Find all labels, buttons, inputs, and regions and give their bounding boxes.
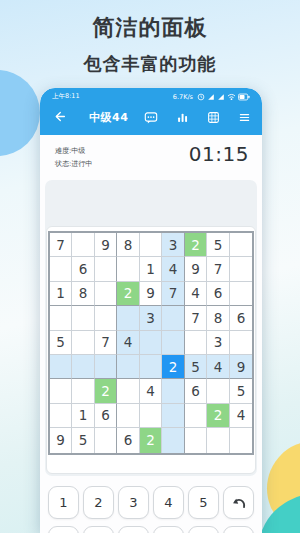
banner-title: 简洁的面板 [0, 13, 300, 43]
undo-button[interactable] [223, 486, 254, 519]
cell-r5c7[interactable] [185, 331, 208, 355]
cell-r7c1[interactable] [50, 379, 73, 403]
cell-r1c7[interactable]: 2 [185, 233, 208, 257]
cell-r3c9[interactable] [230, 282, 253, 306]
cell-r9c7[interactable] [185, 428, 208, 452]
digit-button-3[interactable]: 3 [118, 486, 149, 519]
cell-r3c5[interactable]: 9 [140, 282, 163, 306]
status-label: 状态:进行中 [55, 158, 92, 171]
cell-r9c2[interactable]: 5 [72, 428, 95, 452]
cell-r3c6[interactable]: 7 [162, 282, 185, 306]
cell-r6c2[interactable] [72, 355, 95, 379]
cell-r2c6[interactable]: 4 [162, 257, 185, 281]
cell-r2c1[interactable] [50, 257, 73, 281]
digit-button-5[interactable]: 5 [188, 486, 219, 519]
cell-r9c5[interactable]: 2 [140, 428, 163, 452]
cell-r8c2[interactable]: 1 [72, 404, 95, 428]
cell-r2c5[interactable]: 1 [140, 257, 163, 281]
cell-r5c5[interactable] [140, 331, 163, 355]
sudoku-board: 7983256149718297463786574325492465162495… [48, 231, 255, 455]
cell-r3c7[interactable]: 4 [185, 282, 208, 306]
cell-r4c8[interactable]: 8 [207, 306, 230, 330]
menu-icon[interactable] [238, 111, 251, 124]
cell-r5c1[interactable]: 5 [50, 331, 73, 355]
cell-r3c8[interactable]: 6 [207, 282, 230, 306]
cell-r6c7[interactable]: 5 [185, 355, 208, 379]
cell-r8c5[interactable] [140, 404, 163, 428]
cell-r9c3[interactable] [95, 428, 118, 452]
cell-r1c3[interactable]: 9 [95, 233, 118, 257]
cell-r5c8[interactable]: 3 [207, 331, 230, 355]
sudoku-card: 7983256149718297463786574325492465162495… [46, 226, 256, 474]
cell-r8c4[interactable] [117, 404, 140, 428]
decorative-blue-circle [0, 70, 40, 156]
cell-r2c4[interactable] [117, 257, 140, 281]
digit-button-9[interactable]: 9 [153, 526, 184, 533]
board-icon[interactable] [207, 111, 220, 124]
page-title: 中级44 [89, 110, 128, 125]
cell-r8c7[interactable] [185, 404, 208, 428]
cell-r2c2[interactable]: 6 [72, 257, 95, 281]
cell-r8c3[interactable]: 6 [95, 404, 118, 428]
timer: 01:15 [189, 142, 249, 166]
wifi-icon [227, 93, 236, 101]
digit-button-1[interactable]: 1 [48, 486, 79, 519]
cell-r9c4[interactable]: 6 [117, 428, 140, 452]
digit-button-2[interactable]: 2 [83, 486, 114, 519]
cell-r5c9[interactable] [230, 331, 253, 355]
cell-r1c4[interactable]: 8 [117, 233, 140, 257]
cell-r4c3[interactable] [95, 306, 118, 330]
bar-chart-icon[interactable] [176, 111, 189, 124]
cell-r2c3[interactable] [95, 257, 118, 281]
promo-screenshot: 简洁的面板 包含丰富的功能 上午8:11 6.7K/s [0, 0, 300, 533]
cell-r9c9[interactable] [230, 428, 253, 452]
digit-button-4[interactable]: 4 [153, 486, 184, 519]
cell-r7c3[interactable]: 2 [95, 379, 118, 403]
cell-r4c6[interactable] [162, 306, 185, 330]
status-bar: 上午8:11 6.7K/s [40, 88, 262, 101]
phone-screenshot: 上午8:11 6.7K/s [40, 88, 262, 533]
app-bar: 中级44 [40, 101, 262, 131]
cell-r6c5[interactable] [140, 355, 163, 379]
app-header: 上午8:11 6.7K/s [40, 88, 262, 135]
cell-r8c1[interactable] [50, 404, 73, 428]
cell-r9c1[interactable]: 9 [50, 428, 73, 452]
cell-r4c1[interactable] [50, 306, 73, 330]
cell-r4c4[interactable] [117, 306, 140, 330]
cell-r1c9[interactable] [230, 233, 253, 257]
cell-r1c6[interactable]: 3 [162, 233, 185, 257]
cell-r4c5[interactable]: 3 [140, 306, 163, 330]
cell-r1c1[interactable]: 7 [50, 233, 73, 257]
cell-r6c8[interactable]: 4 [207, 355, 230, 379]
cell-r8c6[interactable] [162, 404, 185, 428]
difficulty-label: 难度:中级 [55, 145, 92, 158]
cell-r3c4[interactable]: 2 [117, 282, 140, 306]
cell-r6c3[interactable] [95, 355, 118, 379]
cell-r9c6[interactable] [162, 428, 185, 452]
erase-button[interactable] [188, 526, 219, 533]
cell-r1c8[interactable]: 5 [207, 233, 230, 257]
status-time: 上午8:11 [52, 92, 80, 101]
signal-icon [207, 93, 215, 101]
signal-icon [217, 93, 225, 101]
cell-r3c3[interactable] [95, 282, 118, 306]
cell-r5c4[interactable]: 4 [117, 331, 140, 355]
cell-r3c2[interactable]: 8 [72, 282, 95, 306]
banner: 简洁的面板 包含丰富的功能 [0, 0, 300, 76]
cell-r8c8[interactable]: 2 [207, 404, 230, 428]
network-speed: 6.7K/s [173, 93, 193, 101]
cell-r8c9[interactable]: 4 [230, 404, 253, 428]
cell-r4c7[interactable]: 7 [185, 306, 208, 330]
cell-r7c8[interactable] [207, 379, 230, 403]
undo-icon [231, 495, 247, 511]
numpad-row2: 6 7 8 9 [48, 526, 254, 533]
banner-subtitle: 包含丰富的功能 [0, 52, 300, 76]
cell-r7c2[interactable] [72, 379, 95, 403]
cell-r6c9[interactable]: 9 [230, 355, 253, 379]
pencil-button[interactable] [223, 526, 254, 533]
cell-r1c2[interactable] [72, 233, 95, 257]
cell-r4c9[interactable]: 6 [230, 306, 253, 330]
cell-r5c6[interactable] [162, 331, 185, 355]
cell-r1c5[interactable] [140, 233, 163, 257]
cell-r7c9[interactable]: 5 [230, 379, 253, 403]
cell-r2c9[interactable] [230, 257, 253, 281]
digit-button-7[interactable]: 7 [83, 526, 114, 533]
cell-r3c1[interactable]: 1 [50, 282, 73, 306]
chat-bubble-icon[interactable] [144, 111, 158, 125]
digit-button-6[interactable]: 6 [48, 526, 79, 533]
cell-r2c8[interactable]: 7 [207, 257, 230, 281]
cell-r5c2[interactable] [72, 331, 95, 355]
cell-r6c6[interactable]: 2 [162, 355, 185, 379]
cell-r5c3[interactable]: 7 [95, 331, 118, 355]
digit-button-8[interactable]: 8 [118, 526, 149, 533]
cell-r7c7[interactable]: 6 [185, 379, 208, 403]
clock-icon [197, 93, 205, 101]
battery-icon [238, 93, 250, 101]
cell-r2c7[interactable]: 9 [185, 257, 208, 281]
cell-r7c6[interactable] [162, 379, 185, 403]
cell-r7c5[interactable]: 4 [140, 379, 163, 403]
cell-r7c4[interactable] [117, 379, 140, 403]
cell-r6c1[interactable] [50, 355, 73, 379]
game-info: 难度:中级 状态:进行中 01:15 [40, 135, 262, 180]
cell-r6c4[interactable] [117, 355, 140, 379]
cell-r4c2[interactable] [72, 306, 95, 330]
cell-r9c8[interactable] [207, 428, 230, 452]
numpad-row1: 1 2 3 4 5 [48, 486, 254, 519]
back-arrow-icon[interactable] [53, 108, 66, 127]
